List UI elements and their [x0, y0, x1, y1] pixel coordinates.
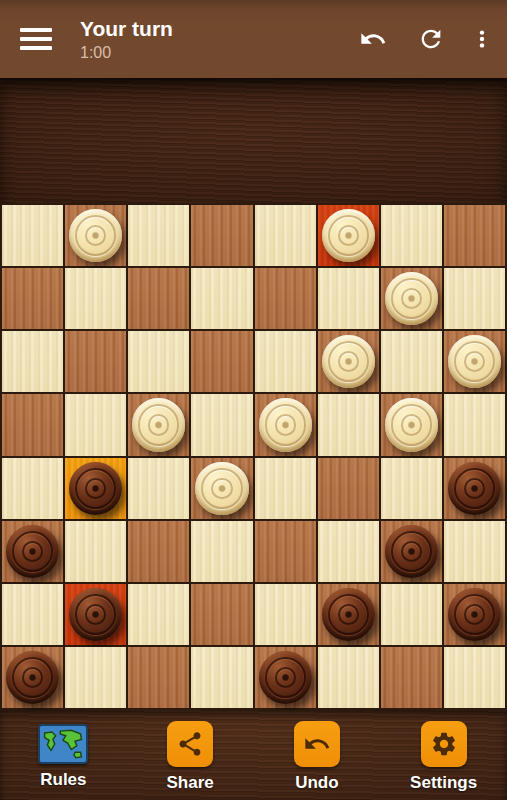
settings-button[interactable]: Settings — [380, 710, 507, 800]
share-icon — [167, 721, 213, 767]
square — [128, 331, 189, 392]
white-piece[interactable] — [385, 398, 438, 451]
checkers-board — [0, 203, 507, 710]
square — [444, 394, 505, 455]
white-piece[interactable] — [322, 335, 375, 388]
square[interactable] — [255, 521, 316, 582]
square — [128, 458, 189, 519]
undo-arrow-icon — [294, 721, 340, 767]
black-piece[interactable] — [69, 588, 122, 641]
square[interactable] — [2, 647, 63, 708]
redo-refresh-icon[interactable] — [407, 15, 455, 63]
square — [255, 331, 316, 392]
world-map-icon — [38, 724, 88, 764]
square[interactable] — [65, 458, 126, 519]
square[interactable] — [128, 521, 189, 582]
square — [2, 331, 63, 392]
square — [191, 394, 252, 455]
square — [381, 205, 442, 266]
black-piece[interactable] — [385, 525, 438, 578]
square — [191, 521, 252, 582]
square — [318, 394, 379, 455]
square[interactable] — [444, 331, 505, 392]
share-button[interactable]: Share — [127, 710, 254, 800]
wood-background-top — [0, 78, 507, 203]
square — [255, 584, 316, 645]
square[interactable] — [191, 205, 252, 266]
square — [255, 458, 316, 519]
square[interactable] — [318, 584, 379, 645]
square — [65, 647, 126, 708]
black-piece[interactable] — [448, 588, 501, 641]
square[interactable] — [381, 268, 442, 329]
black-piece[interactable] — [448, 462, 501, 515]
square — [2, 458, 63, 519]
undo-button[interactable]: Undo — [254, 710, 381, 800]
square[interactable] — [444, 584, 505, 645]
square[interactable] — [444, 205, 505, 266]
square[interactable] — [128, 647, 189, 708]
undo-label: Undo — [295, 773, 338, 793]
square[interactable] — [381, 521, 442, 582]
square[interactable] — [444, 458, 505, 519]
square — [381, 458, 442, 519]
white-piece[interactable] — [69, 209, 122, 262]
square[interactable] — [381, 394, 442, 455]
settings-label: Settings — [410, 773, 477, 793]
app-bar: Your turn 1:00 — [0, 0, 507, 78]
square[interactable] — [191, 584, 252, 645]
bottom-toolbar: Rules Share Undo Set — [0, 710, 507, 800]
white-piece[interactable] — [259, 398, 312, 451]
square — [318, 268, 379, 329]
square[interactable] — [65, 584, 126, 645]
square[interactable] — [2, 521, 63, 582]
square[interactable] — [65, 205, 126, 266]
square[interactable] — [2, 394, 63, 455]
white-piece[interactable] — [195, 462, 248, 515]
title-block: Your turn 1:00 — [80, 16, 173, 63]
square — [2, 205, 63, 266]
square — [444, 521, 505, 582]
overflow-menu-icon[interactable] — [465, 15, 499, 63]
square[interactable] — [2, 268, 63, 329]
black-piece[interactable] — [69, 462, 122, 515]
square — [255, 205, 316, 266]
gear-icon — [421, 721, 467, 767]
turn-timer: 1:00 — [80, 43, 173, 63]
square[interactable] — [191, 331, 252, 392]
square[interactable] — [191, 458, 252, 519]
square[interactable] — [318, 458, 379, 519]
square — [444, 647, 505, 708]
black-piece[interactable] — [322, 588, 375, 641]
square — [191, 647, 252, 708]
undo-icon[interactable] — [349, 15, 397, 63]
square — [128, 205, 189, 266]
square[interactable] — [318, 331, 379, 392]
rules-label: Rules — [40, 770, 86, 790]
black-piece[interactable] — [6, 525, 59, 578]
white-piece[interactable] — [448, 335, 501, 388]
square[interactable] — [381, 647, 442, 708]
square — [128, 584, 189, 645]
share-label: Share — [167, 773, 214, 793]
black-piece[interactable] — [259, 651, 312, 704]
page-title: Your turn — [80, 16, 173, 42]
square — [318, 521, 379, 582]
square — [318, 647, 379, 708]
square — [381, 584, 442, 645]
square — [444, 268, 505, 329]
hamburger-menu-icon[interactable] — [20, 23, 52, 55]
white-piece[interactable] — [385, 272, 438, 325]
white-piece[interactable] — [132, 398, 185, 451]
square[interactable] — [255, 268, 316, 329]
checkers-app: Your turn 1:00 — [0, 0, 507, 800]
square — [2, 584, 63, 645]
app-bar-actions — [349, 15, 507, 63]
square[interactable] — [318, 205, 379, 266]
square — [191, 268, 252, 329]
white-piece[interactable] — [322, 209, 375, 262]
black-piece[interactable] — [6, 651, 59, 704]
square[interactable] — [128, 268, 189, 329]
square — [65, 521, 126, 582]
square[interactable] — [255, 394, 316, 455]
square — [65, 268, 126, 329]
rules-button[interactable]: Rules — [0, 710, 127, 800]
square[interactable] — [255, 647, 316, 708]
square — [381, 331, 442, 392]
square[interactable] — [65, 331, 126, 392]
square[interactable] — [128, 394, 189, 455]
square — [65, 394, 126, 455]
